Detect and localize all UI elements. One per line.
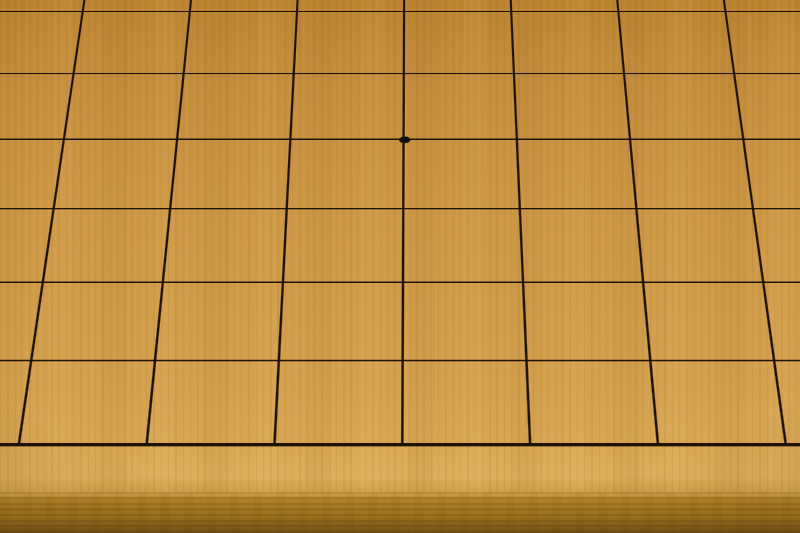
photo-vignette [0, 0, 800, 533]
goban-photo [0, 0, 800, 533]
